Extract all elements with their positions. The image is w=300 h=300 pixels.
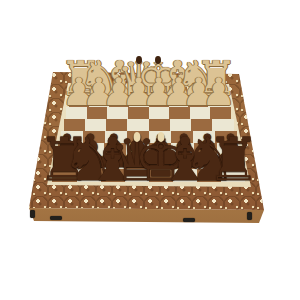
clasp-left	[50, 216, 62, 220]
finial-dark-queen	[133, 132, 140, 142]
finial-dark-king	[158, 132, 165, 142]
piece-light-pawn: ♟	[201, 73, 235, 111]
piece-dark-rook: ♜	[207, 129, 261, 189]
hinge-right	[247, 212, 252, 220]
hinge-left	[30, 210, 35, 218]
chess-set-photo: ♜♞♝♛♚♝♞♜♟♟♟♟♟♟♟♟♟♟♟♟♟♟♟♟♜♞♝♛♚♝♞♜	[0, 0, 300, 300]
clasp-right	[183, 218, 195, 222]
